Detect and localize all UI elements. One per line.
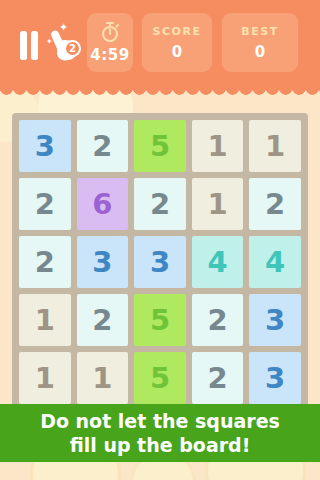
tile-1[interactable]: 1 <box>19 352 71 404</box>
tile-3[interactable]: 3 <box>134 236 186 288</box>
tile-5[interactable]: 5 <box>134 352 186 404</box>
tile-2[interactable]: 2 <box>192 294 244 346</box>
best-label: BEST <box>241 25 278 38</box>
score-panel: SCORE 0 <box>142 13 212 72</box>
pause-button[interactable] <box>20 31 39 60</box>
tile-2[interactable]: 2 <box>134 178 186 230</box>
pause-icon <box>20 31 27 60</box>
tile-4[interactable]: 4 <box>192 236 244 288</box>
score-label: SCORE <box>153 25 202 38</box>
tile-2[interactable]: 2 <box>77 120 129 172</box>
game-screen: 3251126212233441252311523 Do not let the… <box>0 0 320 480</box>
tile-1[interactable]: 1 <box>77 352 129 404</box>
tile-1[interactable]: 1 <box>19 294 71 346</box>
score-value: 0 <box>172 43 182 61</box>
top-bar: ✦ ✦ 2 4:59 SC <box>0 0 320 89</box>
tile-5[interactable]: 5 <box>134 294 186 346</box>
pause-icon <box>31 31 38 60</box>
tile-3[interactable]: 3 <box>77 236 129 288</box>
timer-panel: 4:59 <box>87 13 133 72</box>
game-board: 3251126212233441252311523 <box>12 113 308 411</box>
best-value: 0 <box>255 43 265 61</box>
timer-value: 4:59 <box>90 46 129 64</box>
powerup-count-badge: 2 <box>64 40 81 57</box>
stopwatch-icon <box>100 21 120 43</box>
tile-3[interactable]: 3 <box>249 294 301 346</box>
tile-3[interactable]: 3 <box>249 352 301 404</box>
header-scallop-edge <box>0 89 320 98</box>
tile-1[interactable]: 1 <box>192 120 244 172</box>
tile-1[interactable]: 1 <box>192 178 244 230</box>
tile-2[interactable]: 2 <box>249 178 301 230</box>
tile-4[interactable]: 4 <box>249 236 301 288</box>
tile-2[interactable]: 2 <box>19 236 71 288</box>
tile-1[interactable]: 1 <box>249 120 301 172</box>
instruction-banner: Do not let the squares fill up the board… <box>0 404 320 462</box>
tile-2[interactable]: 2 <box>192 352 244 404</box>
tile-2[interactable]: 2 <box>77 294 129 346</box>
tile-6[interactable]: 6 <box>77 178 129 230</box>
instruction-line-2: fill up the board! <box>70 433 251 457</box>
tile-2[interactable]: 2 <box>19 178 71 230</box>
tile-3[interactable]: 3 <box>19 120 71 172</box>
magic-tap-button[interactable]: ✦ ✦ 2 <box>46 24 88 68</box>
best-panel: BEST 0 <box>222 13 298 72</box>
tile-5[interactable]: 5 <box>134 120 186 172</box>
instruction-line-1: Do not let the squares <box>40 409 280 433</box>
